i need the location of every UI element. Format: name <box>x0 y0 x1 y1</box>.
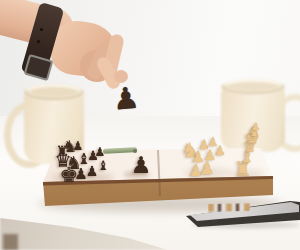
black-pawn-held[interactable]: ♟ <box>111 83 140 115</box>
hand-piece-layer: ♟ <box>0 0 300 250</box>
photo-scene: ♜♞♟♛♞♝♟♟♚♟♟♝♟♞♟♟♟♟♟♟♟♜♝♛♚♞♟ ♟ <box>0 0 300 250</box>
